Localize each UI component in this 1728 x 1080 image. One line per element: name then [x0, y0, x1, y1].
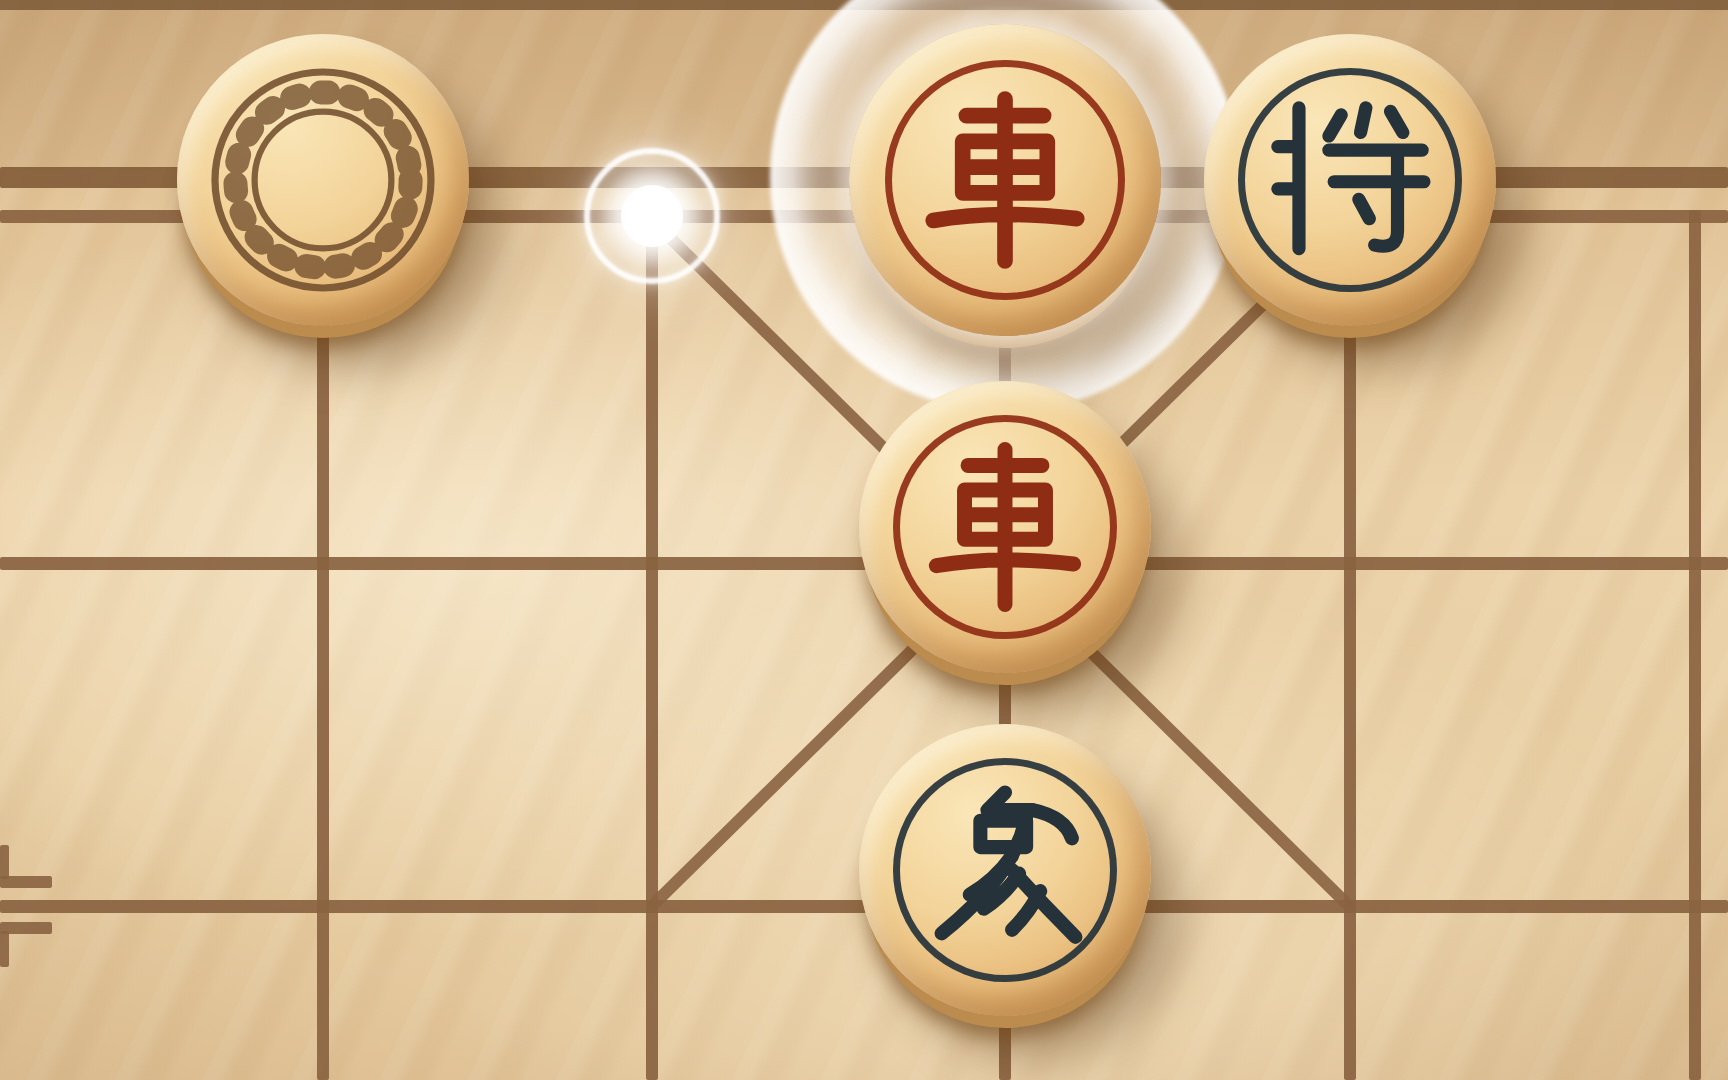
- piece-glyph-elephant: [917, 782, 1093, 958]
- file-line-d: [646, 210, 658, 1080]
- piece-glyph-general: [1262, 92, 1438, 268]
- piece-hidden-c0[interactable]: [177, 34, 469, 326]
- piece-glyph-chariot: [917, 439, 1093, 615]
- move-target-dot[interactable]: [584, 148, 720, 284]
- file-line-f: [1344, 210, 1356, 1080]
- piece-glyph-hidden: [203, 60, 443, 300]
- piece-glyph-chariot: [913, 88, 1097, 272]
- point-marker-tick: [0, 845, 9, 879]
- file-line-c: [317, 210, 329, 1080]
- file-line-g: [1689, 210, 1701, 1080]
- piece-chariot-e1[interactable]: [859, 381, 1151, 673]
- piece-general-f0[interactable]: [1204, 34, 1496, 326]
- move-target-core: [621, 185, 683, 247]
- piece-elephant-e2[interactable]: [859, 724, 1151, 1016]
- point-marker-tick: [0, 931, 9, 967]
- piece-chariot-e0[interactable]: [849, 24, 1161, 336]
- xiangqi-board: [0, 0, 1728, 1080]
